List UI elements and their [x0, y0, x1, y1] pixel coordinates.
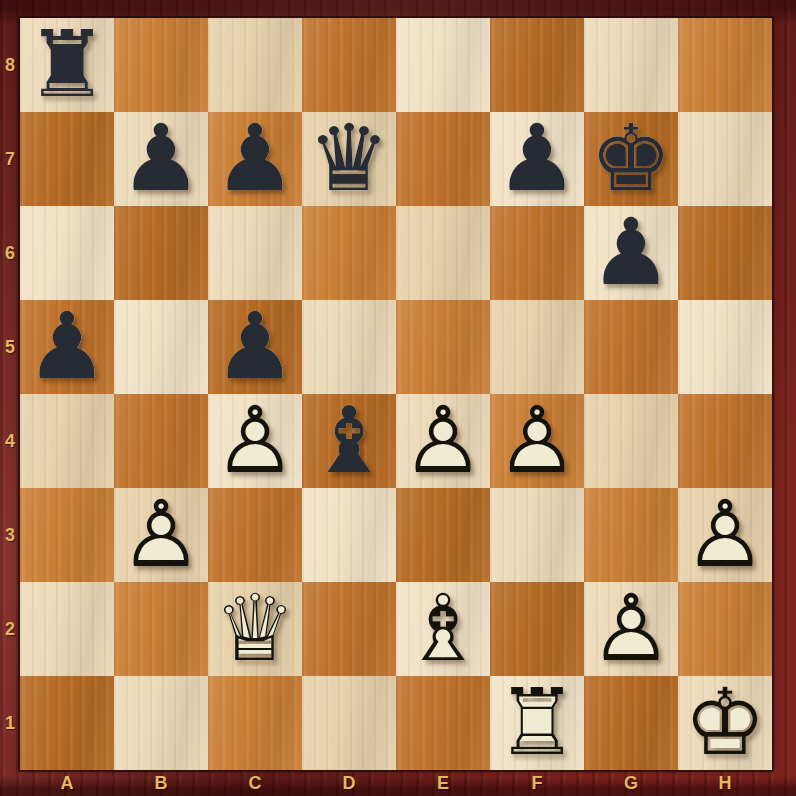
piece-black-pawn[interactable]: ♙♟ — [490, 112, 584, 206]
rank-label-3: 3 — [0, 488, 20, 582]
piece-black-pawn[interactable]: ♙♟ — [20, 300, 114, 394]
piece-white-pawn[interactable]: ♟♙ — [584, 582, 678, 676]
square-c5[interactable]: ♙♟ — [208, 300, 302, 394]
black-king-glyph-detail: ♚ — [584, 112, 678, 206]
square-d7[interactable]: ♕♛ — [302, 112, 396, 206]
square-f4[interactable]: ♟♙ — [490, 394, 584, 488]
piece-white-pawn[interactable]: ♟♙ — [678, 488, 772, 582]
square-f5[interactable] — [490, 300, 584, 394]
square-b6[interactable] — [114, 206, 208, 300]
piece-white-queen[interactable]: ♛♕ — [208, 582, 302, 676]
square-f1[interactable]: ♜♖ — [490, 676, 584, 770]
square-c4[interactable]: ♟♙ — [208, 394, 302, 488]
rank-label-5: 5 — [0, 300, 20, 394]
file-label-f: F — [490, 771, 584, 796]
square-c7[interactable]: ♙♟ — [208, 112, 302, 206]
white-king-glyph-detail: ♔ — [678, 676, 772, 770]
piece-black-rook[interactable]: ♖♜ — [20, 18, 114, 112]
square-f6[interactable] — [490, 206, 584, 300]
piece-black-pawn[interactable]: ♙♟ — [208, 112, 302, 206]
square-b1[interactable] — [114, 676, 208, 770]
square-g7[interactable]: ♔♚ — [584, 112, 678, 206]
piece-black-pawn[interactable]: ♙♟ — [584, 206, 678, 300]
white-rook-glyph-detail: ♖ — [490, 676, 584, 770]
square-b2[interactable] — [114, 582, 208, 676]
square-a8[interactable]: ♖♜ — [20, 18, 114, 112]
piece-white-pawn[interactable]: ♟♙ — [208, 394, 302, 488]
square-a2[interactable] — [20, 582, 114, 676]
piece-black-bishop[interactable]: ♗♝ — [302, 394, 396, 488]
black-pawn-glyph-detail: ♟ — [208, 300, 302, 394]
square-b5[interactable] — [114, 300, 208, 394]
file-label-e: E — [396, 771, 490, 796]
square-d6[interactable] — [302, 206, 396, 300]
piece-white-bishop[interactable]: ♝♗ — [396, 582, 490, 676]
square-h4[interactable] — [678, 394, 772, 488]
square-h7[interactable] — [678, 112, 772, 206]
piece-white-king[interactable]: ♚♔ — [678, 676, 772, 770]
square-e6[interactable] — [396, 206, 490, 300]
rank-label-2: 2 — [0, 582, 20, 676]
chess-board: ♖♜♙♟♙♟♕♛♙♟♔♚♙♟♙♟♙♟♟♙♗♝♟♙♟♙♟♙♟♙♛♕♝♗♟♙♜♖♚♔ — [20, 18, 772, 770]
black-pawn-glyph-detail: ♟ — [20, 300, 114, 394]
rank-label-4: 4 — [0, 394, 20, 488]
square-g3[interactable] — [584, 488, 678, 582]
piece-black-pawn[interactable]: ♙♟ — [208, 300, 302, 394]
white-queen-glyph-detail: ♕ — [208, 582, 302, 676]
square-c8[interactable] — [208, 18, 302, 112]
file-label-d: D — [302, 771, 396, 796]
square-g6[interactable]: ♙♟ — [584, 206, 678, 300]
white-pawn-glyph-detail: ♙ — [396, 394, 490, 488]
square-h3[interactable]: ♟♙ — [678, 488, 772, 582]
square-b3[interactable]: ♟♙ — [114, 488, 208, 582]
square-a6[interactable] — [20, 206, 114, 300]
square-g4[interactable] — [584, 394, 678, 488]
white-pawn-glyph-detail: ♙ — [584, 582, 678, 676]
file-label-a: A — [20, 771, 114, 796]
piece-white-pawn[interactable]: ♟♙ — [114, 488, 208, 582]
white-pawn-glyph-detail: ♙ — [678, 488, 772, 582]
square-b4[interactable] — [114, 394, 208, 488]
file-label-b: B — [114, 771, 208, 796]
square-c6[interactable] — [208, 206, 302, 300]
piece-white-rook[interactable]: ♜♖ — [490, 676, 584, 770]
square-f7[interactable]: ♙♟ — [490, 112, 584, 206]
white-pawn-glyph-detail: ♙ — [114, 488, 208, 582]
piece-black-queen[interactable]: ♕♛ — [302, 112, 396, 206]
square-d3[interactable] — [302, 488, 396, 582]
file-label-c: C — [208, 771, 302, 796]
black-bishop-glyph-detail: ♝ — [302, 394, 396, 488]
white-pawn-glyph-detail: ♙ — [208, 394, 302, 488]
white-pawn-glyph-detail: ♙ — [490, 394, 584, 488]
square-f3[interactable] — [490, 488, 584, 582]
square-c1[interactable] — [208, 676, 302, 770]
black-rook-glyph-detail: ♜ — [20, 18, 114, 112]
square-g2[interactable]: ♟♙ — [584, 582, 678, 676]
square-g1[interactable] — [584, 676, 678, 770]
square-e5[interactable] — [396, 300, 490, 394]
piece-black-pawn[interactable]: ♙♟ — [114, 112, 208, 206]
file-label-h: H — [678, 771, 772, 796]
piece-black-king[interactable]: ♔♚ — [584, 112, 678, 206]
square-a3[interactable] — [20, 488, 114, 582]
black-pawn-glyph-detail: ♟ — [490, 112, 584, 206]
rank-label-6: 6 — [0, 206, 20, 300]
square-e7[interactable] — [396, 112, 490, 206]
square-a5[interactable]: ♙♟ — [20, 300, 114, 394]
square-d2[interactable] — [302, 582, 396, 676]
square-h8[interactable] — [678, 18, 772, 112]
square-e2[interactable]: ♝♗ — [396, 582, 490, 676]
square-c2[interactable]: ♛♕ — [208, 582, 302, 676]
black-pawn-glyph-detail: ♟ — [584, 206, 678, 300]
square-e4[interactable]: ♟♙ — [396, 394, 490, 488]
rank-label-8: 8 — [0, 18, 20, 112]
piece-white-pawn[interactable]: ♟♙ — [490, 394, 584, 488]
square-d5[interactable] — [302, 300, 396, 394]
square-e3[interactable] — [396, 488, 490, 582]
square-h1[interactable]: ♚♔ — [678, 676, 772, 770]
file-label-g: G — [584, 771, 678, 796]
black-pawn-glyph-detail: ♟ — [208, 112, 302, 206]
file-labels: ABCDEFGH — [20, 771, 772, 796]
square-h6[interactable] — [678, 206, 772, 300]
square-a1[interactable] — [20, 676, 114, 770]
square-e8[interactable] — [396, 18, 490, 112]
board-frame: 87654321 ♖♜♙♟♙♟♕♛♙♟♔♚♙♟♙♟♙♟♟♙♗♝♟♙♟♙♟♙♟♙♛… — [0, 0, 796, 796]
black-queen-glyph-detail: ♛ — [302, 112, 396, 206]
square-a4[interactable] — [20, 394, 114, 488]
rank-label-1: 1 — [0, 676, 20, 770]
square-d4[interactable]: ♗♝ — [302, 394, 396, 488]
square-g5[interactable] — [584, 300, 678, 394]
square-a7[interactable] — [20, 112, 114, 206]
white-bishop-glyph-detail: ♗ — [396, 582, 490, 676]
rank-label-7: 7 — [0, 112, 20, 206]
square-d8[interactable] — [302, 18, 396, 112]
square-h2[interactable] — [678, 582, 772, 676]
square-h5[interactable] — [678, 300, 772, 394]
square-b7[interactable]: ♙♟ — [114, 112, 208, 206]
square-d1[interactable] — [302, 676, 396, 770]
piece-white-pawn[interactable]: ♟♙ — [396, 394, 490, 488]
rank-labels: 87654321 — [0, 18, 20, 770]
square-g8[interactable] — [584, 18, 678, 112]
square-e1[interactable] — [396, 676, 490, 770]
square-f2[interactable] — [490, 582, 584, 676]
square-b8[interactable] — [114, 18, 208, 112]
square-c3[interactable] — [208, 488, 302, 582]
square-f8[interactable] — [490, 18, 584, 112]
black-pawn-glyph-detail: ♟ — [114, 112, 208, 206]
